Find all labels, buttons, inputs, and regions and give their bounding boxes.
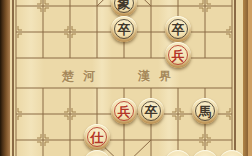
piece-character: 兵 [165,42,191,68]
piece-character: 馬 [192,98,218,124]
piece-character: 卒 [165,16,191,42]
piece-black-horse-f8r7[interactable]: 馬 [192,98,218,124]
piece-character: 仕 [84,124,110,150]
piece-unknown-unknown-f8r9[interactable] [192,150,218,156]
piece-red-advisor-f4r8[interactable]: 仕 [84,124,110,150]
xiangqi-board: 楚河 漢界 象卒卒兵兵卒馬仕 [0,0,252,156]
piece-unknown-unknown-f4r9[interactable] [84,150,110,156]
piece-black-soldier-f7r4[interactable]: 卒 [165,16,191,42]
piece-black-soldier-f6r7[interactable]: 卒 [138,98,164,124]
piece-black-elephant-f5r3[interactable]: 象 [111,0,137,16]
piece-character: 卒 [111,16,137,42]
piece-unknown-unknown-f7r9[interactable] [165,150,191,156]
piece-character: 兵 [111,98,137,124]
piece-character: 卒 [138,98,164,124]
piece-black-soldier-f5r4[interactable]: 卒 [111,16,137,42]
piece-red-soldier-f5r7[interactable]: 兵 [111,98,137,124]
piece-red-soldier-f7r5[interactable]: 兵 [165,42,191,68]
piece-character: 象 [111,0,137,16]
pieces-layer: 象卒卒兵兵卒馬仕 [0,0,252,156]
piece-unknown-unknown-f9r9[interactable] [219,150,245,156]
